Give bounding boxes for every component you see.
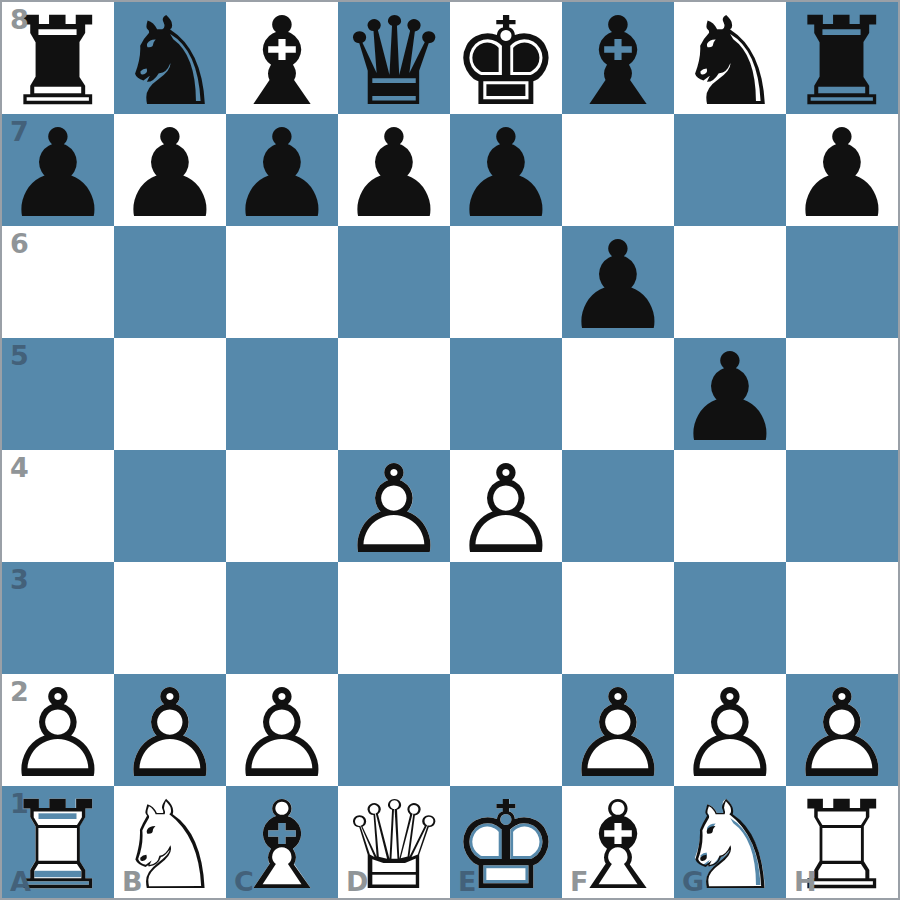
square-a3[interactable]: 3 bbox=[2, 562, 114, 674]
square-c1[interactable]: ♝♗C bbox=[226, 786, 338, 898]
square-h8[interactable]: ♜ bbox=[786, 2, 898, 114]
square-c2[interactable]: ♟︎♙ bbox=[226, 674, 338, 786]
white-piece-fill-glyph: ♟︎ bbox=[786, 678, 898, 790]
white-pawn[interactable]: ♟︎♙ bbox=[2, 674, 114, 786]
square-e6[interactable] bbox=[450, 226, 562, 338]
square-c7[interactable]: ♟︎ bbox=[226, 114, 338, 226]
white-piece-outline-glyph: ♙ bbox=[338, 454, 450, 566]
square-f6[interactable]: ♟︎ bbox=[562, 226, 674, 338]
black-piece-glyph: ♝ bbox=[226, 6, 338, 118]
square-d4[interactable]: ♟︎♙ bbox=[338, 450, 450, 562]
square-h2[interactable]: ♟︎♙ bbox=[786, 674, 898, 786]
white-piece-outline-glyph: ♙ bbox=[2, 678, 114, 790]
white-piece-outline-glyph: ♙ bbox=[450, 454, 562, 566]
white-pawn[interactable]: ♟︎♙ bbox=[338, 450, 450, 562]
white-piece-outline-glyph: ♙ bbox=[674, 678, 786, 790]
white-piece-outline-glyph: ♙ bbox=[562, 678, 674, 790]
black-piece-glyph: ♜ bbox=[2, 6, 114, 118]
square-b4[interactable] bbox=[114, 450, 226, 562]
rank-label-5: 5 bbox=[10, 342, 29, 369]
black-rook[interactable]: ♜ bbox=[2, 2, 114, 114]
white-piece-fill-glyph: ♟︎ bbox=[2, 678, 114, 790]
square-b2[interactable]: ♟︎♙ bbox=[114, 674, 226, 786]
white-piece-fill-glyph: ♟︎ bbox=[450, 454, 562, 566]
square-a4[interactable]: 4 bbox=[2, 450, 114, 562]
white-piece-fill-glyph: ♜ bbox=[786, 790, 898, 900]
white-pawn[interactable]: ♟︎♙ bbox=[562, 674, 674, 786]
black-queen[interactable]: ♛ bbox=[338, 2, 450, 114]
square-g5[interactable]: ♟︎ bbox=[674, 338, 786, 450]
square-d8[interactable]: ♛ bbox=[338, 2, 450, 114]
square-e1[interactable]: ♚♔E bbox=[450, 786, 562, 898]
square-g4[interactable] bbox=[674, 450, 786, 562]
black-pawn[interactable]: ♟︎ bbox=[786, 114, 898, 226]
square-d3[interactable] bbox=[338, 562, 450, 674]
white-piece-outline-glyph: ♔ bbox=[450, 790, 562, 900]
rank-label-3: 3 bbox=[10, 566, 29, 593]
black-pawn[interactable]: ♟︎ bbox=[674, 338, 786, 450]
square-f2[interactable]: ♟︎♙ bbox=[562, 674, 674, 786]
square-d1[interactable]: ♛♕D bbox=[338, 786, 450, 898]
black-piece-glyph: ♟︎ bbox=[562, 230, 674, 342]
white-piece-fill-glyph: ♝ bbox=[562, 790, 674, 900]
black-piece-glyph: ♟︎ bbox=[114, 118, 226, 230]
white-piece-outline-glyph: ♙ bbox=[786, 678, 898, 790]
rank-label-6: 6 bbox=[10, 230, 29, 257]
square-h4[interactable] bbox=[786, 450, 898, 562]
black-knight[interactable]: ♞ bbox=[114, 2, 226, 114]
square-b6[interactable] bbox=[114, 226, 226, 338]
square-b3[interactable] bbox=[114, 562, 226, 674]
square-g1[interactable]: ♞♘G bbox=[674, 786, 786, 898]
black-piece-glyph: ♚ bbox=[450, 6, 562, 118]
white-piece-fill-glyph: ♟︎ bbox=[562, 678, 674, 790]
white-piece-fill-glyph: ♛ bbox=[338, 790, 450, 900]
square-c8[interactable]: ♝ bbox=[226, 2, 338, 114]
black-king[interactable]: ♚ bbox=[450, 2, 562, 114]
white-rook[interactable]: ♜♖ bbox=[2, 786, 114, 898]
white-pawn[interactable]: ♟︎♙ bbox=[114, 674, 226, 786]
black-rook[interactable]: ♜ bbox=[786, 2, 898, 114]
square-a2[interactable]: ♟︎♙2 bbox=[2, 674, 114, 786]
black-piece-glyph: ♞ bbox=[114, 6, 226, 118]
black-piece-glyph: ♟︎ bbox=[786, 118, 898, 230]
white-piece-outline-glyph: ♗ bbox=[226, 790, 338, 900]
black-pawn[interactable]: ♟︎ bbox=[226, 114, 338, 226]
square-a7[interactable]: ♟︎7 bbox=[2, 114, 114, 226]
square-h6[interactable] bbox=[786, 226, 898, 338]
white-pawn[interactable]: ♟︎♙ bbox=[226, 674, 338, 786]
white-piece-outline-glyph: ♘ bbox=[674, 790, 786, 900]
black-piece-glyph: ♟︎ bbox=[674, 342, 786, 454]
white-bishop[interactable]: ♝♗ bbox=[226, 786, 338, 898]
white-piece-fill-glyph: ♟︎ bbox=[226, 678, 338, 790]
square-e5[interactable] bbox=[450, 338, 562, 450]
square-e7[interactable]: ♟︎ bbox=[450, 114, 562, 226]
square-c5[interactable] bbox=[226, 338, 338, 450]
white-rook[interactable]: ♜♖ bbox=[786, 786, 898, 898]
white-piece-outline-glyph: ♗ bbox=[562, 790, 674, 900]
white-knight[interactable]: ♞♘ bbox=[114, 786, 226, 898]
square-b8[interactable]: ♞ bbox=[114, 2, 226, 114]
square-e4[interactable]: ♟︎♙ bbox=[450, 450, 562, 562]
white-pawn[interactable]: ♟︎♙ bbox=[786, 674, 898, 786]
black-piece-glyph: ♞ bbox=[674, 6, 786, 118]
white-piece-fill-glyph: ♟︎ bbox=[338, 454, 450, 566]
square-d6[interactable] bbox=[338, 226, 450, 338]
square-b1[interactable]: ♞♘B bbox=[114, 786, 226, 898]
white-piece-outline-glyph: ♘ bbox=[114, 790, 226, 900]
square-f4[interactable] bbox=[562, 450, 674, 562]
square-h1[interactable]: ♜♖H bbox=[786, 786, 898, 898]
black-piece-glyph: ♟︎ bbox=[226, 118, 338, 230]
white-pawn[interactable]: ♟︎♙ bbox=[450, 450, 562, 562]
black-piece-glyph: ♟︎ bbox=[338, 118, 450, 230]
square-d2[interactable] bbox=[338, 674, 450, 786]
square-g2[interactable]: ♟︎♙ bbox=[674, 674, 786, 786]
square-b7[interactable]: ♟︎ bbox=[114, 114, 226, 226]
white-piece-outline-glyph: ♙ bbox=[226, 678, 338, 790]
square-f8[interactable]: ♝ bbox=[562, 2, 674, 114]
white-piece-outline-glyph: ♖ bbox=[786, 790, 898, 900]
square-h5[interactable] bbox=[786, 338, 898, 450]
white-piece-outline-glyph: ♕ bbox=[338, 790, 450, 900]
square-h3[interactable] bbox=[786, 562, 898, 674]
square-b5[interactable] bbox=[114, 338, 226, 450]
black-pawn[interactable]: ♟︎ bbox=[338, 114, 450, 226]
black-bishop[interactable]: ♝ bbox=[226, 2, 338, 114]
black-pawn[interactable]: ♟︎ bbox=[2, 114, 114, 226]
black-pawn[interactable]: ♟︎ bbox=[562, 226, 674, 338]
white-piece-fill-glyph: ♝ bbox=[226, 790, 338, 900]
black-knight[interactable]: ♞ bbox=[674, 2, 786, 114]
black-piece-glyph: ♜ bbox=[786, 6, 898, 118]
white-piece-fill-glyph: ♟︎ bbox=[114, 678, 226, 790]
square-e2[interactable] bbox=[450, 674, 562, 786]
square-a6[interactable]: 6 bbox=[2, 226, 114, 338]
square-e8[interactable]: ♚ bbox=[450, 2, 562, 114]
white-piece-outline-glyph: ♖ bbox=[2, 790, 114, 900]
white-piece-fill-glyph: ♞ bbox=[114, 790, 226, 900]
white-knight[interactable]: ♞♘ bbox=[674, 786, 786, 898]
white-piece-fill-glyph: ♜ bbox=[2, 790, 114, 900]
square-c6[interactable] bbox=[226, 226, 338, 338]
square-g3[interactable] bbox=[674, 562, 786, 674]
square-a8[interactable]: ♜8 bbox=[2, 2, 114, 114]
square-f5[interactable] bbox=[562, 338, 674, 450]
white-king[interactable]: ♚♔ bbox=[450, 786, 562, 898]
white-piece-fill-glyph: ♟︎ bbox=[674, 678, 786, 790]
white-bishop[interactable]: ♝♗ bbox=[562, 786, 674, 898]
black-bishop[interactable]: ♝ bbox=[562, 2, 674, 114]
black-pawn[interactable]: ♟︎ bbox=[450, 114, 562, 226]
square-d5[interactable] bbox=[338, 338, 450, 450]
square-c4[interactable] bbox=[226, 450, 338, 562]
white-piece-fill-glyph: ♞ bbox=[674, 790, 786, 900]
square-f1[interactable]: ♝♗F bbox=[562, 786, 674, 898]
white-piece-outline-glyph: ♙ bbox=[114, 678, 226, 790]
rank-label-4: 4 bbox=[10, 454, 29, 481]
square-e3[interactable] bbox=[450, 562, 562, 674]
square-a5[interactable]: 5 bbox=[2, 338, 114, 450]
square-f3[interactable] bbox=[562, 562, 674, 674]
black-piece-glyph: ♝ bbox=[562, 6, 674, 118]
black-pawn[interactable]: ♟︎ bbox=[114, 114, 226, 226]
square-f7[interactable] bbox=[562, 114, 674, 226]
black-piece-glyph: ♟︎ bbox=[450, 118, 562, 230]
square-a1[interactable]: ♜♖1A bbox=[2, 786, 114, 898]
square-g8[interactable]: ♞ bbox=[674, 2, 786, 114]
square-d7[interactable]: ♟︎ bbox=[338, 114, 450, 226]
square-h7[interactable]: ♟︎ bbox=[786, 114, 898, 226]
square-c3[interactable] bbox=[226, 562, 338, 674]
white-pawn[interactable]: ♟︎♙ bbox=[674, 674, 786, 786]
black-piece-glyph: ♟︎ bbox=[2, 118, 114, 230]
white-queen[interactable]: ♛♕ bbox=[338, 786, 450, 898]
chess-board: ♜8♞♝♛♚♝♞♜♟︎7♟︎♟︎♟︎♟︎♟︎6♟︎5♟︎4♟︎♙♟︎♙3♟︎♙2… bbox=[0, 0, 900, 900]
white-piece-fill-glyph: ♚ bbox=[450, 790, 562, 900]
black-piece-glyph: ♛ bbox=[338, 6, 450, 118]
square-g7[interactable] bbox=[674, 114, 786, 226]
square-g6[interactable] bbox=[674, 226, 786, 338]
